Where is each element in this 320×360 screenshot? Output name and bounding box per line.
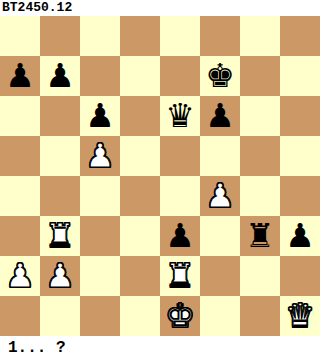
- black-pawn[interactable]: ♟: [280, 216, 320, 256]
- square-c6[interactable]: ♟: [80, 96, 120, 136]
- square-e7[interactable]: [160, 56, 200, 96]
- black-pawn[interactable]: ♟: [200, 96, 240, 136]
- square-d4[interactable]: [120, 176, 160, 216]
- square-d7[interactable]: [120, 56, 160, 96]
- square-g3[interactable]: ♜: [240, 216, 280, 256]
- white-king[interactable]: ♚: [160, 296, 200, 336]
- square-c5[interactable]: ♟: [80, 136, 120, 176]
- square-h8[interactable]: [280, 16, 320, 56]
- square-f7[interactable]: ♚: [200, 56, 240, 96]
- square-f6[interactable]: ♟: [200, 96, 240, 136]
- square-g4[interactable]: [240, 176, 280, 216]
- square-e4[interactable]: [160, 176, 200, 216]
- white-pawn[interactable]: ♟: [0, 256, 40, 296]
- square-f1[interactable]: [200, 296, 240, 336]
- square-e3[interactable]: ♟: [160, 216, 200, 256]
- black-king[interactable]: ♚: [200, 56, 240, 96]
- square-b7[interactable]: ♟: [40, 56, 80, 96]
- square-a2[interactable]: ♟: [0, 256, 40, 296]
- square-f5[interactable]: [200, 136, 240, 176]
- white-rook[interactable]: ♜: [160, 256, 200, 296]
- square-a3[interactable]: [0, 216, 40, 256]
- square-d1[interactable]: [120, 296, 160, 336]
- square-h4[interactable]: [280, 176, 320, 216]
- square-d3[interactable]: [120, 216, 160, 256]
- square-b1[interactable]: [40, 296, 80, 336]
- square-a1[interactable]: [0, 296, 40, 336]
- square-d8[interactable]: [120, 16, 160, 56]
- square-h2[interactable]: [280, 256, 320, 296]
- square-c1[interactable]: [80, 296, 120, 336]
- black-pawn[interactable]: ♟: [160, 216, 200, 256]
- black-queen[interactable]: ♛: [160, 96, 200, 136]
- black-pawn[interactable]: ♟: [80, 96, 120, 136]
- square-g5[interactable]: [240, 136, 280, 176]
- square-h5[interactable]: [280, 136, 320, 176]
- square-g7[interactable]: [240, 56, 280, 96]
- square-f8[interactable]: [200, 16, 240, 56]
- white-rook[interactable]: ♜: [40, 216, 80, 256]
- square-c8[interactable]: [80, 16, 120, 56]
- white-pawn[interactable]: ♟: [40, 256, 80, 296]
- move-prompt: 1... ?: [0, 336, 320, 360]
- black-pawn[interactable]: ♟: [0, 56, 40, 96]
- square-b2[interactable]: ♟: [40, 256, 80, 296]
- square-g6[interactable]: [240, 96, 280, 136]
- square-b6[interactable]: [40, 96, 80, 136]
- square-b3[interactable]: ♜: [40, 216, 80, 256]
- square-h3[interactable]: ♟: [280, 216, 320, 256]
- square-b4[interactable]: [40, 176, 80, 216]
- square-c7[interactable]: [80, 56, 120, 96]
- square-g1[interactable]: [240, 296, 280, 336]
- square-a5[interactable]: [0, 136, 40, 176]
- chess-board: ♟♟♚♟♛♟♟♟♜♟♜♟♟♟♜♚♛: [0, 16, 320, 336]
- white-pawn[interactable]: ♟: [200, 176, 240, 216]
- square-c2[interactable]: [80, 256, 120, 296]
- square-b8[interactable]: [40, 16, 80, 56]
- black-rook[interactable]: ♜: [240, 216, 280, 256]
- square-g2[interactable]: [240, 256, 280, 296]
- square-e5[interactable]: [160, 136, 200, 176]
- square-e1[interactable]: ♚: [160, 296, 200, 336]
- square-f3[interactable]: [200, 216, 240, 256]
- square-a6[interactable]: [0, 96, 40, 136]
- white-pawn[interactable]: ♟: [80, 136, 120, 176]
- square-e2[interactable]: ♜: [160, 256, 200, 296]
- square-h6[interactable]: [280, 96, 320, 136]
- square-a7[interactable]: ♟: [0, 56, 40, 96]
- white-queen[interactable]: ♛: [280, 296, 320, 336]
- square-h1[interactable]: ♛: [280, 296, 320, 336]
- square-f2[interactable]: [200, 256, 240, 296]
- square-d5[interactable]: [120, 136, 160, 176]
- puzzle-title: BT2450.12: [0, 0, 320, 16]
- square-c3[interactable]: [80, 216, 120, 256]
- square-g8[interactable]: [240, 16, 280, 56]
- square-f4[interactable]: ♟: [200, 176, 240, 216]
- square-d6[interactable]: [120, 96, 160, 136]
- square-e6[interactable]: ♛: [160, 96, 200, 136]
- square-h7[interactable]: [280, 56, 320, 96]
- chess-puzzle-window: BT2450.12 ♟♟♚♟♛♟♟♟♜♟♜♟♟♟♜♚♛ 1... ?: [0, 0, 320, 360]
- square-c4[interactable]: [80, 176, 120, 216]
- square-d2[interactable]: [120, 256, 160, 296]
- square-a8[interactable]: [0, 16, 40, 56]
- square-a4[interactable]: [0, 176, 40, 216]
- black-pawn[interactable]: ♟: [40, 56, 80, 96]
- square-e8[interactable]: [160, 16, 200, 56]
- square-b5[interactable]: [40, 136, 80, 176]
